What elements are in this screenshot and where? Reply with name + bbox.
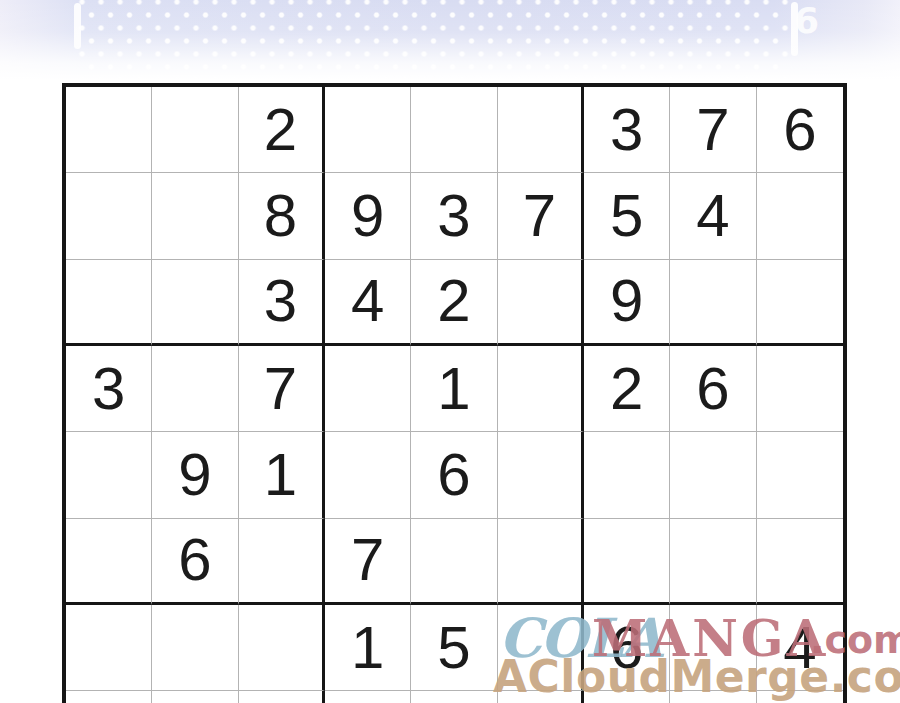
given-digit: 5 bbox=[437, 618, 470, 678]
cell-r2c3: 8 bbox=[239, 173, 325, 259]
cell-r1c6 bbox=[498, 87, 584, 173]
given-digit: 7 bbox=[696, 100, 729, 160]
given-digit: 9 bbox=[610, 271, 643, 331]
sudoku-grid: 2376893754342937126916671564 bbox=[62, 83, 847, 703]
cell-r2c5: 3 bbox=[411, 173, 497, 259]
cell-r8c4 bbox=[325, 691, 411, 703]
cell-r7c3 bbox=[239, 605, 325, 691]
cell-r8c3 bbox=[239, 691, 325, 703]
cell-r4c8: 6 bbox=[670, 346, 756, 432]
given-digit: 2 bbox=[437, 271, 470, 331]
cell-r8c5 bbox=[411, 691, 497, 703]
cell-r4c9 bbox=[757, 346, 843, 432]
cell-r6c1 bbox=[66, 519, 152, 605]
cell-r7c7: 6 bbox=[584, 605, 670, 691]
cell-r6c4: 7 bbox=[325, 519, 411, 605]
cell-r2c9 bbox=[757, 173, 843, 259]
cell-r4c5: 1 bbox=[411, 346, 497, 432]
cell-r2c1 bbox=[66, 173, 152, 259]
cell-r2c7: 5 bbox=[584, 173, 670, 259]
given-digit: 1 bbox=[264, 445, 297, 505]
cell-r6c2: 6 bbox=[152, 519, 238, 605]
cell-r8c6 bbox=[498, 691, 584, 703]
cell-r4c6 bbox=[498, 346, 584, 432]
cell-r3c3: 3 bbox=[239, 260, 325, 346]
given-digit: 8 bbox=[264, 186, 297, 246]
cell-r4c7: 2 bbox=[584, 346, 670, 432]
cell-r2c6: 7 bbox=[498, 173, 584, 259]
given-digit: 4 bbox=[696, 186, 729, 246]
cell-r8c7 bbox=[584, 691, 670, 703]
given-digit: 4 bbox=[783, 618, 816, 678]
given-digit: 3 bbox=[92, 359, 125, 419]
cell-r3c6 bbox=[498, 260, 584, 346]
cell-r1c4 bbox=[325, 87, 411, 173]
cell-r1c8: 7 bbox=[670, 87, 756, 173]
cell-r3c9 bbox=[757, 260, 843, 346]
cell-r6c8 bbox=[670, 519, 756, 605]
cell-r7c6 bbox=[498, 605, 584, 691]
given-digit: 6 bbox=[610, 618, 643, 678]
given-digit: 2 bbox=[610, 359, 643, 419]
given-digit: 3 bbox=[610, 100, 643, 160]
header-fade bbox=[0, 0, 900, 84]
cell-r1c5 bbox=[411, 87, 497, 173]
cell-r7c2 bbox=[152, 605, 238, 691]
cell-r1c2 bbox=[152, 87, 238, 173]
cell-r5c7 bbox=[584, 432, 670, 518]
cell-r3c1 bbox=[66, 260, 152, 346]
cell-r5c2: 9 bbox=[152, 432, 238, 518]
given-digit: 3 bbox=[437, 186, 470, 246]
given-digit: 9 bbox=[178, 445, 211, 505]
cell-r5c8 bbox=[670, 432, 756, 518]
cell-r3c8 bbox=[670, 260, 756, 346]
cell-r7c5: 5 bbox=[411, 605, 497, 691]
cell-r7c8 bbox=[670, 605, 756, 691]
cell-r6c9 bbox=[757, 519, 843, 605]
given-digit: 9 bbox=[351, 186, 384, 246]
given-digit: 7 bbox=[523, 186, 556, 246]
cell-r1c1 bbox=[66, 87, 152, 173]
given-digit: 1 bbox=[351, 618, 384, 678]
cell-r1c9: 6 bbox=[757, 87, 843, 173]
cell-r4c3: 7 bbox=[239, 346, 325, 432]
given-digit: 7 bbox=[351, 530, 384, 590]
cell-r7c9: 4 bbox=[757, 605, 843, 691]
cell-r8c9 bbox=[757, 691, 843, 703]
cell-r4c4 bbox=[325, 346, 411, 432]
given-digit: 4 bbox=[351, 271, 384, 331]
cell-r1c7: 3 bbox=[584, 87, 670, 173]
cell-r5c6 bbox=[498, 432, 584, 518]
cell-r3c7: 9 bbox=[584, 260, 670, 346]
cell-r7c4: 1 bbox=[325, 605, 411, 691]
given-digit: 3 bbox=[264, 271, 297, 331]
given-digit: 6 bbox=[437, 445, 470, 505]
given-digit: 7 bbox=[264, 359, 297, 419]
cell-r3c5: 2 bbox=[411, 260, 497, 346]
given-digit: 2 bbox=[264, 100, 297, 160]
given-digit: 5 bbox=[610, 186, 643, 246]
cell-r5c1 bbox=[66, 432, 152, 518]
cell-r5c9 bbox=[757, 432, 843, 518]
cell-r3c4: 4 bbox=[325, 260, 411, 346]
cell-r8c8 bbox=[670, 691, 756, 703]
cell-r2c4: 9 bbox=[325, 173, 411, 259]
cell-r5c4 bbox=[325, 432, 411, 518]
given-digit: 6 bbox=[696, 359, 729, 419]
given-digit: 1 bbox=[437, 359, 470, 419]
cell-r2c8: 4 bbox=[670, 173, 756, 259]
cell-r4c2 bbox=[152, 346, 238, 432]
manga-page-header: 6 bbox=[0, 0, 900, 84]
cell-r4c1: 3 bbox=[66, 346, 152, 432]
cell-r5c5: 6 bbox=[411, 432, 497, 518]
cell-r3c2 bbox=[152, 260, 238, 346]
cell-r6c5 bbox=[411, 519, 497, 605]
cell-r8c2 bbox=[152, 691, 238, 703]
cell-r6c3 bbox=[239, 519, 325, 605]
given-digit: 6 bbox=[178, 530, 211, 590]
cell-r5c3: 1 bbox=[239, 432, 325, 518]
given-digit: 6 bbox=[783, 100, 816, 160]
cell-r6c7 bbox=[584, 519, 670, 605]
cell-r1c3: 2 bbox=[239, 87, 325, 173]
cell-r7c1 bbox=[66, 605, 152, 691]
cell-r6c6 bbox=[498, 519, 584, 605]
cell-r2c2 bbox=[152, 173, 238, 259]
cell-r8c1 bbox=[66, 691, 152, 703]
